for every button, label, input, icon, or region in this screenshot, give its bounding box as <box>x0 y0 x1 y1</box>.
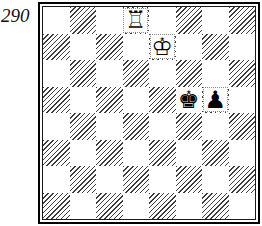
square-f4 <box>176 113 203 140</box>
square-b6 <box>70 60 97 87</box>
square-g5: ♟ <box>202 87 229 114</box>
square-f2 <box>176 166 203 193</box>
square-e3 <box>149 140 176 167</box>
board-grid: ♖♔♚♟ <box>42 6 256 220</box>
square-h4 <box>229 113 256 140</box>
square-d5 <box>123 87 150 114</box>
square-g2 <box>202 166 229 193</box>
square-a6 <box>43 60 70 87</box>
square-e1 <box>149 193 176 220</box>
square-c4 <box>96 113 123 140</box>
square-c7 <box>96 34 123 61</box>
square-b3 <box>70 140 97 167</box>
square-g6 <box>202 60 229 87</box>
square-h5 <box>229 87 256 114</box>
square-h6 <box>229 60 256 87</box>
square-d4 <box>123 113 150 140</box>
square-c5 <box>96 87 123 114</box>
square-e5 <box>149 87 176 114</box>
square-f7 <box>176 34 203 61</box>
square-g8 <box>202 7 229 34</box>
square-c3 <box>96 140 123 167</box>
square-c2 <box>96 166 123 193</box>
square-e6 <box>149 60 176 87</box>
square-b4 <box>70 113 97 140</box>
square-f3 <box>176 140 203 167</box>
diagram-number: 290 <box>1 5 35 27</box>
square-h8 <box>229 7 256 34</box>
black-king: ♚ <box>176 87 201 112</box>
square-e2 <box>149 166 176 193</box>
square-a7 <box>43 34 70 61</box>
square-d1 <box>123 193 150 220</box>
square-f8 <box>176 7 203 34</box>
square-g7 <box>202 34 229 61</box>
square-d8: ♖ <box>123 7 150 34</box>
square-a3 <box>43 140 70 167</box>
square-f5: ♚ <box>176 87 203 114</box>
white-king: ♔ <box>150 34 175 59</box>
square-h1 <box>229 193 256 220</box>
square-f1 <box>176 193 203 220</box>
square-e8 <box>149 7 176 34</box>
square-d7 <box>123 34 150 61</box>
square-e4 <box>149 113 176 140</box>
chess-board: ♖♔♚♟ <box>38 2 260 224</box>
square-b7 <box>70 34 97 61</box>
square-h3 <box>229 140 256 167</box>
chess-diagram-page: 290 ♖♔♚♟ <box>0 0 262 226</box>
square-b8 <box>70 7 97 34</box>
square-b5 <box>70 87 97 114</box>
square-g3 <box>202 140 229 167</box>
square-g1 <box>202 193 229 220</box>
square-b2 <box>70 166 97 193</box>
square-b1 <box>70 193 97 220</box>
square-a8 <box>43 7 70 34</box>
square-e7: ♔ <box>149 34 176 61</box>
black-pawn: ♟ <box>203 87 228 112</box>
square-d6 <box>123 60 150 87</box>
square-h2 <box>229 166 256 193</box>
square-c6 <box>96 60 123 87</box>
square-a2 <box>43 166 70 193</box>
square-a1 <box>43 193 70 220</box>
square-a4 <box>43 113 70 140</box>
square-f6 <box>176 60 203 87</box>
square-c8 <box>96 7 123 34</box>
white-rook: ♖ <box>123 8 148 33</box>
square-c1 <box>96 193 123 220</box>
square-d2 <box>123 166 150 193</box>
square-d3 <box>123 140 150 167</box>
square-g4 <box>202 113 229 140</box>
square-a5 <box>43 87 70 114</box>
square-h7 <box>229 34 256 61</box>
